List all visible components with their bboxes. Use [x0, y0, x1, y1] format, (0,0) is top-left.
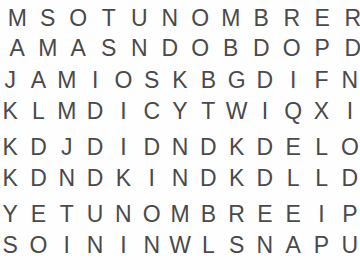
grid-row: KLMDICYTWIQXI — [0, 99, 360, 123]
letter-cell[interactable]: A — [279, 233, 307, 257]
letter-cell[interactable]: I — [81, 68, 109, 92]
letter-cell[interactable]: L — [194, 233, 222, 257]
letter-cell[interactable]: M — [166, 202, 194, 226]
letter-cell[interactable]: T — [53, 202, 81, 226]
letter-cell[interactable]: P — [336, 202, 360, 226]
grid-row: SOININWLSNAPU — [0, 233, 360, 257]
letter-cell[interactable]: U — [81, 202, 109, 226]
letter-cell[interactable]: I — [251, 99, 279, 123]
letter-cell[interactable]: T — [94, 6, 125, 30]
letter-cell[interactable]: K — [109, 166, 137, 190]
letter-cell[interactable]: L — [307, 166, 335, 190]
grid-row: KDJDIDNDKDELO — [0, 135, 360, 159]
letter-cell[interactable]: U — [336, 233, 360, 257]
letter-cell[interactable]: E — [279, 135, 307, 159]
letter-cell[interactable]: P — [307, 233, 335, 257]
letter-cell[interactable]: M — [33, 36, 64, 60]
letter-cell[interactable]: O — [185, 6, 216, 30]
letter-cell[interactable]: R — [338, 6, 360, 30]
letter-cell[interactable]: D — [194, 166, 222, 190]
letter-cell[interactable]: D — [251, 166, 279, 190]
letter-cell[interactable]: K — [0, 99, 24, 123]
letter-cell[interactable]: D — [81, 135, 109, 159]
letter-cell[interactable]: D — [24, 135, 52, 159]
letter-cell[interactable]: O — [109, 68, 137, 92]
letter-cell[interactable]: W — [222, 99, 250, 123]
letter-cell[interactable]: L — [24, 99, 52, 123]
letter-cell[interactable]: I — [336, 99, 360, 123]
letter-cell[interactable]: Y — [166, 99, 194, 123]
letter-cell[interactable]: S — [0, 233, 24, 257]
letter-cell[interactable]: D — [336, 166, 360, 190]
letter-cell[interactable]: N — [81, 233, 109, 257]
letter-cell[interactable]: D — [251, 135, 279, 159]
letter-cell[interactable]: D — [155, 36, 186, 60]
letter-cell[interactable]: T — [194, 99, 222, 123]
letter-cell[interactable]: N — [166, 166, 194, 190]
letter-cell[interactable]: B — [194, 68, 222, 92]
letter-cell[interactable]: N — [251, 233, 279, 257]
letter-cell[interactable]: A — [24, 68, 52, 92]
letter-cell[interactable]: A — [2, 36, 33, 60]
letter-cell[interactable]: A — [63, 36, 94, 60]
letter-cell[interactable]: J — [0, 68, 24, 92]
letter-cell[interactable]: B — [194, 202, 222, 226]
letter-cell[interactable]: D — [81, 166, 109, 190]
letter-cell[interactable]: S — [94, 36, 125, 60]
letter-cell[interactable]: X — [307, 99, 335, 123]
letter-cell[interactable]: R — [277, 6, 308, 30]
letter-cell[interactable]: D — [24, 166, 52, 190]
letter-cell[interactable]: D — [246, 36, 277, 60]
letter-cell[interactable]: P — [307, 36, 338, 60]
letter-cell[interactable]: K — [166, 68, 194, 92]
letter-cell[interactable]: M — [2, 6, 33, 30]
letter-cell[interactable]: N — [155, 6, 186, 30]
letter-cell[interactable]: I — [307, 202, 335, 226]
letter-cell[interactable]: D — [338, 36, 360, 60]
letter-cell[interactable]: O — [336, 135, 360, 159]
letter-cell[interactable]: G — [222, 68, 250, 92]
letter-cell[interactable]: E — [307, 6, 338, 30]
letter-cell[interactable]: D — [194, 135, 222, 159]
letter-cell[interactable]: Q — [279, 99, 307, 123]
letter-cell[interactable]: S — [222, 233, 250, 257]
grid-row: YETUNOMBREEIP — [0, 202, 360, 226]
letter-cell[interactable]: C — [138, 99, 166, 123]
grid-row: AMASNDOBDOPD — [2, 36, 360, 60]
letter-cell[interactable]: L — [307, 135, 335, 159]
letter-cell[interactable]: N — [138, 233, 166, 257]
letter-cell[interactable]: L — [279, 166, 307, 190]
letter-cell[interactable]: S — [138, 68, 166, 92]
letter-cell[interactable]: J — [53, 135, 81, 159]
letter-cell[interactable]: I — [109, 99, 137, 123]
letter-cell[interactable]: E — [24, 202, 52, 226]
letter-cell[interactable]: K — [222, 166, 250, 190]
letter-cell[interactable]: O — [63, 6, 94, 30]
grid-row: MSOTUNOMBRER — [2, 6, 360, 30]
letter-cell[interactable]: W — [166, 233, 194, 257]
letter-cell[interactable]: N — [109, 202, 137, 226]
letter-cell[interactable]: K — [222, 135, 250, 159]
letter-cell[interactable]: B — [246, 6, 277, 30]
letter-cell[interactable]: O — [185, 36, 216, 60]
letter-cell[interactable]: D — [251, 68, 279, 92]
letter-cell[interactable]: E — [279, 202, 307, 226]
letter-cell[interactable]: M — [53, 99, 81, 123]
letter-cell[interactable]: M — [216, 6, 247, 30]
letter-cell[interactable]: E — [251, 202, 279, 226]
letter-cell[interactable]: K — [0, 166, 24, 190]
letter-cell[interactable]: U — [124, 6, 155, 30]
letter-cell[interactable]: M — [53, 68, 81, 92]
letter-cell[interactable]: D — [81, 99, 109, 123]
letter-cell[interactable]: F — [307, 68, 335, 92]
letter-cell[interactable]: O — [24, 233, 52, 257]
letter-cell[interactable]: I — [109, 233, 137, 257]
letter-cell[interactable]: Y — [0, 202, 24, 226]
word-search-grid: MSOTUNOMBRERAMASNDOBDOPDJAMIOSKBGDIFNKLM… — [0, 0, 360, 270]
grid-row: JAMIOSKBGDIFN — [0, 68, 360, 92]
letter-cell[interactable]: O — [138, 202, 166, 226]
letter-cell[interactable]: N — [53, 166, 81, 190]
letter-cell[interactable]: B — [216, 36, 247, 60]
grid-row: KDNDKINDKDLLD — [0, 166, 360, 190]
letter-cell[interactable]: N — [166, 135, 194, 159]
letter-cell[interactable]: D — [138, 135, 166, 159]
letter-cell[interactable]: N — [124, 36, 155, 60]
letter-cell[interactable]: I — [279, 68, 307, 92]
letter-cell[interactable]: S — [33, 6, 64, 30]
letter-cell[interactable]: I — [138, 166, 166, 190]
letter-cell[interactable]: K — [0, 135, 24, 159]
letter-cell[interactable]: I — [53, 233, 81, 257]
letter-cell[interactable]: O — [277, 36, 308, 60]
letter-cell[interactable]: R — [222, 202, 250, 226]
letter-cell[interactable]: I — [109, 135, 137, 159]
letter-cell[interactable]: N — [336, 68, 360, 92]
